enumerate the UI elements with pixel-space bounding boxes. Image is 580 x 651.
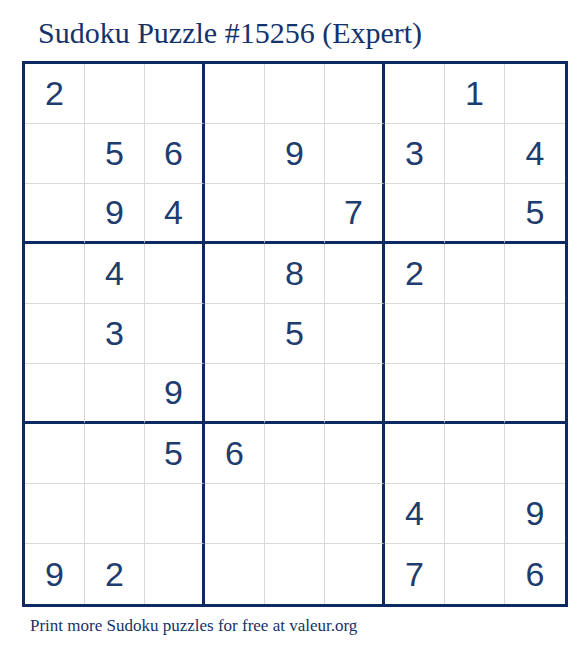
sudoku-cell-r1c8: 1: [445, 64, 505, 124]
sudoku-cell-r9c2: 2: [85, 544, 145, 604]
sudoku-cell-r7c3: 5: [145, 424, 205, 484]
sudoku-cell-r4c4: [205, 244, 265, 304]
sudoku-cell-r9c5: [265, 544, 325, 604]
page-title: Sudoku Puzzle #15256 (Expert): [38, 16, 422, 49]
sudoku-cell-r7c6: [325, 424, 385, 484]
sudoku-cell-r7c8: [445, 424, 505, 484]
sudoku-cell-r5c9: [505, 304, 565, 364]
sudoku-cell-r4c3: [145, 244, 205, 304]
sudoku-cell-r7c9: [505, 424, 565, 484]
sudoku-cell-r7c2: [85, 424, 145, 484]
sudoku-cell-r3c8: [445, 184, 505, 244]
sudoku-cell-r8c6: [325, 484, 385, 544]
sudoku-cell-r6c7: [385, 364, 445, 424]
sudoku-cell-r3c2: 9: [85, 184, 145, 244]
sudoku-cell-r5c7: [385, 304, 445, 364]
sudoku-cell-r3c3: 4: [145, 184, 205, 244]
sudoku-cell-r4c5: 8: [265, 244, 325, 304]
sudoku-cell-r9c1: 9: [25, 544, 85, 604]
sudoku-cell-r5c3: [145, 304, 205, 364]
sudoku-cell-r1c4: [205, 64, 265, 124]
sudoku-cell-r4c1: [25, 244, 85, 304]
sudoku-cell-r7c1: [25, 424, 85, 484]
sudoku-cell-r8c8: [445, 484, 505, 544]
sudoku-cell-r5c4: [205, 304, 265, 364]
sudoku-cell-r4c6: [325, 244, 385, 304]
sudoku-cell-r6c6: [325, 364, 385, 424]
sudoku-cell-r4c7: 2: [385, 244, 445, 304]
sudoku-cell-r8c7: 4: [385, 484, 445, 544]
sudoku-cell-r6c1: [25, 364, 85, 424]
sudoku-cell-r3c5: [265, 184, 325, 244]
sudoku-cell-r3c7: [385, 184, 445, 244]
sudoku-cell-r5c8: [445, 304, 505, 364]
sudoku-cell-r8c1: [25, 484, 85, 544]
sudoku-cell-r9c3: [145, 544, 205, 604]
sudoku-cell-r9c6: [325, 544, 385, 604]
sudoku-cell-r7c7: [385, 424, 445, 484]
sudoku-cell-r6c9: [505, 364, 565, 424]
footer-text: Print more Sudoku puzzles for free at va…: [30, 616, 357, 636]
sudoku-cell-r9c4: [205, 544, 265, 604]
sudoku-cell-r7c4: 6: [205, 424, 265, 484]
sudoku-cell-r3c9: 5: [505, 184, 565, 244]
sudoku-cell-r1c7: [385, 64, 445, 124]
sudoku-cell-r3c1: [25, 184, 85, 244]
sudoku-cell-r4c8: [445, 244, 505, 304]
sudoku-cell-r6c3: 9: [145, 364, 205, 424]
sudoku-cell-r6c4: [205, 364, 265, 424]
sudoku-cell-r2c2: 5: [85, 124, 145, 184]
sudoku-cell-r1c6: [325, 64, 385, 124]
sudoku-cell-r1c2: [85, 64, 145, 124]
sudoku-cell-r9c9: 6: [505, 544, 565, 604]
sudoku-cell-r9c7: 7: [385, 544, 445, 604]
sudoku-cell-r8c5: [265, 484, 325, 544]
sudoku-cell-r2c5: 9: [265, 124, 325, 184]
sudoku-cell-r8c9: 9: [505, 484, 565, 544]
sudoku-cell-r6c8: [445, 364, 505, 424]
sudoku-cell-r1c5: [265, 64, 325, 124]
sudoku-cell-r2c7: 3: [385, 124, 445, 184]
sudoku-cell-r2c1: [25, 124, 85, 184]
sudoku-cell-r2c6: [325, 124, 385, 184]
page: { "game": "sudoku", "variant": "9x9", "t…: [0, 0, 580, 651]
sudoku-cell-r2c8: [445, 124, 505, 184]
sudoku-cell-r3c6: 7: [325, 184, 385, 244]
sudoku-cell-r2c4: [205, 124, 265, 184]
sudoku-cell-r6c5: [265, 364, 325, 424]
sudoku-cell-r3c4: [205, 184, 265, 244]
sudoku-cell-r1c9: [505, 64, 565, 124]
sudoku-cell-r2c3: 6: [145, 124, 205, 184]
sudoku-cell-r8c2: [85, 484, 145, 544]
sudoku-cell-r6c2: [85, 364, 145, 424]
sudoku-cell-r5c2: 3: [85, 304, 145, 364]
sudoku-cell-r7c5: [265, 424, 325, 484]
sudoku-cell-r1c1: 2: [25, 64, 85, 124]
sudoku-cell-r4c9: [505, 244, 565, 304]
sudoku-cell-r8c3: [145, 484, 205, 544]
sudoku-cell-r9c8: [445, 544, 505, 604]
sudoku-cell-r5c1: [25, 304, 85, 364]
sudoku-grid: 2156934947548235956499276: [22, 61, 568, 607]
sudoku-cell-r5c5: 5: [265, 304, 325, 364]
sudoku-cell-r5c6: [325, 304, 385, 364]
sudoku-cell-r8c4: [205, 484, 265, 544]
sudoku-cell-r1c3: [145, 64, 205, 124]
sudoku-cell-r2c9: 4: [505, 124, 565, 184]
sudoku-cell-r4c2: 4: [85, 244, 145, 304]
